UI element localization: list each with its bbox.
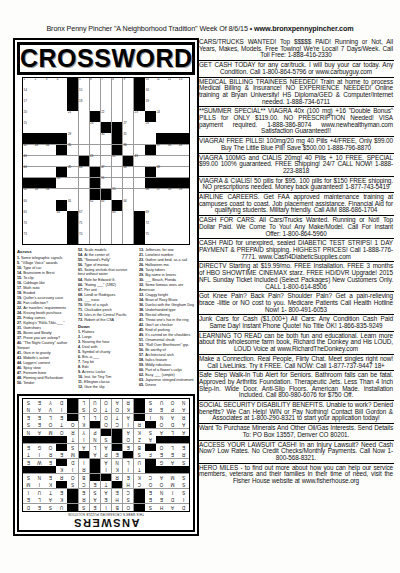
solution-letter: B — [112, 504, 123, 511]
down-clue: 12. Give the slip — [78, 385, 134, 389]
letter-cell: L — [167, 429, 178, 436]
across-clue: 5. "Village Voice" awards — [17, 261, 73, 265]
clue-number: 4. — [78, 345, 82, 349]
clue-number: 55. — [78, 258, 84, 262]
cell-number: 42 — [112, 155, 115, 159]
down-clue: 53. "Roll Over Beethoven" grp. — [139, 343, 195, 347]
solution-letter: E — [167, 451, 178, 458]
solution-letter: E — [23, 414, 34, 421]
block-cell — [145, 466, 156, 473]
across-clue: 18. Eroded — [17, 291, 73, 295]
clue-number: 35. — [17, 331, 23, 335]
clue-number: 47. — [17, 371, 23, 375]
letter-cell — [167, 211, 178, 222]
solution-letter: A — [34, 429, 45, 436]
cell-number: 3 — [46, 78, 48, 82]
across-clue: 16. Cabbage-like — [17, 281, 73, 285]
solution-letter: U — [34, 489, 45, 496]
solution-letter: R — [79, 466, 90, 473]
solution-letter: D — [67, 459, 78, 466]
solution-letter: I — [79, 459, 90, 466]
letter-cell — [90, 222, 101, 233]
letter-cell: O — [101, 399, 112, 406]
block-cell — [145, 167, 156, 178]
down-clue: 21. Loneliest number — [139, 253, 195, 257]
cell-number: 7 — [101, 78, 103, 82]
letter-cell: A — [156, 429, 167, 436]
clue-number: 49. — [139, 333, 145, 337]
letter-cell: T — [23, 451, 34, 458]
solution-letter: E — [45, 474, 56, 481]
across-clue: 24. Kissing booth purchase — [17, 311, 73, 315]
clue-number: 3. — [78, 340, 82, 344]
clue-number: 50. — [17, 381, 23, 385]
cell-number: 11 — [157, 78, 160, 82]
letter-cell: R — [145, 406, 156, 413]
solution-letter: O — [101, 399, 112, 406]
clue-number: 33. — [139, 293, 145, 297]
solution-letter: R — [112, 474, 123, 481]
solution-letter: S — [178, 489, 189, 496]
letter-cell: K — [56, 496, 67, 503]
letter-cell — [101, 211, 112, 222]
solution-letter: L — [90, 444, 101, 451]
cell-number: 58 — [168, 188, 171, 192]
solution-letter: O — [45, 444, 56, 451]
letter-cell: S — [67, 481, 78, 488]
block-cell — [79, 451, 90, 458]
clue-number: 59. — [139, 363, 145, 367]
letter-cell: U — [156, 399, 167, 406]
cell-number: 32 — [24, 144, 27, 148]
across-clue: 68. Lendl or Rodrigues — [78, 293, 134, 297]
letter-cell: S — [178, 481, 189, 488]
letter-cell: W — [34, 459, 45, 466]
letter-cell: A — [90, 451, 101, 458]
cell-number: 14 — [24, 89, 27, 93]
crossword-title: CROSSWORD — [17, 42, 195, 75]
letter-cell — [45, 222, 56, 233]
letter-cell: 12 — [167, 78, 178, 89]
block-cell — [90, 474, 101, 481]
letter-cell: E — [34, 414, 45, 421]
letter-cell — [123, 100, 134, 111]
solution-letter: E — [145, 496, 156, 503]
solution-letter: P — [101, 451, 112, 458]
letter-cell: F — [145, 451, 156, 458]
letter-cell: N — [156, 414, 167, 421]
clue-number: 9. — [78, 370, 82, 374]
cell-number: 69 — [146, 211, 149, 215]
letter-cell — [178, 100, 189, 111]
letter-cell: A — [101, 489, 112, 496]
letter-cell: I — [79, 436, 90, 443]
solution-letter: A — [178, 421, 189, 428]
letter-cell: O — [112, 406, 123, 413]
solution-letter: L — [79, 414, 90, 421]
solution-letter: N — [34, 474, 45, 481]
letter-cell — [34, 211, 45, 222]
clue-number: 37. — [17, 336, 23, 340]
letter-cell: A — [101, 459, 112, 466]
solution-letter: G — [34, 444, 45, 451]
letter-cell: A — [90, 496, 101, 503]
down-clue: 13. Jefferson, for one — [139, 248, 195, 252]
down-clue: 11. Ellington classic — [78, 380, 134, 384]
solution-letter: E — [79, 489, 90, 496]
solution-letter: R — [178, 451, 189, 458]
solution-letter: K — [79, 421, 90, 428]
letter-cell: E — [23, 459, 34, 466]
clue-number: 29. — [139, 273, 145, 277]
clue-number: 38. — [139, 308, 145, 312]
solution-letter: L — [90, 414, 101, 421]
letter-cell — [123, 211, 134, 222]
letter-cell: B — [79, 474, 90, 481]
letter-cell — [112, 222, 123, 233]
clue-number: 71. — [78, 308, 84, 312]
solution-letter: I — [123, 466, 134, 473]
letter-cell: M — [67, 451, 78, 458]
block-cell — [134, 399, 145, 406]
across-clue: 72. Isles in the Central Pacific — [78, 313, 134, 317]
letter-cell: I — [145, 414, 156, 421]
letter-cell: A — [123, 414, 134, 421]
letter-cell: A — [123, 429, 134, 436]
letter-cell: M — [167, 474, 178, 481]
letter-cell: R — [112, 474, 123, 481]
letter-cell: 25 — [23, 122, 34, 133]
cell-number: 28 — [146, 122, 149, 126]
solution-letter: R — [45, 451, 56, 458]
letter-cell: S — [145, 504, 156, 511]
letter-cell: D — [167, 496, 178, 503]
solution-letter: R — [123, 399, 134, 406]
letter-cell — [112, 111, 123, 122]
solution-letter: S — [79, 406, 90, 413]
letter-cell — [178, 122, 189, 133]
letter-cell: 58 — [167, 189, 178, 200]
solution-letter: E — [178, 444, 189, 451]
letter-cell: S — [79, 504, 90, 511]
letter-cell: 1 — [23, 78, 34, 89]
solution-letter: E — [112, 451, 123, 458]
letter-cell: L — [90, 444, 101, 451]
letter-cell: T — [112, 414, 123, 421]
solution-letter: K — [56, 496, 67, 503]
solution-letter: T — [67, 436, 78, 443]
clue-number: 32. — [139, 283, 145, 287]
letter-cell: O — [101, 421, 112, 428]
cell-number: 8 — [112, 78, 114, 82]
down-clue: 62. Easy ___ (simple) — [139, 373, 195, 377]
clue-number: 30. — [139, 278, 145, 282]
letter-cell — [167, 122, 178, 133]
letter-cell — [79, 122, 90, 133]
solution-letter: I — [101, 466, 112, 473]
letter-cell: 75 — [145, 233, 156, 244]
clue-number: 61. — [78, 268, 84, 272]
clue-number: 28. — [139, 268, 145, 272]
letter-cell: C — [145, 474, 156, 481]
letter-cell: R — [134, 421, 145, 428]
letter-cell: A — [178, 429, 189, 436]
down-clue: 59. Mildly ridiculous — [139, 363, 195, 367]
across-clue: 44. Loggers' contest — [17, 361, 73, 365]
letter-cell: I — [167, 489, 178, 496]
solution-letter: R — [67, 429, 78, 436]
letter-cell — [90, 233, 101, 244]
letter-cell: E — [178, 444, 189, 451]
classified-ad: ACCESS YOUR LAWSUIT CASH! In an Injury L… — [198, 440, 394, 463]
letter-cell: P — [101, 451, 112, 458]
letter-cell — [90, 133, 101, 144]
letter-cell: A — [167, 459, 178, 466]
cell-number: 34 — [46, 144, 49, 148]
block-cell — [145, 444, 156, 451]
solution-letter: A — [34, 406, 45, 413]
letter-cell: 59 — [178, 189, 189, 200]
clue-number: 41. — [139, 318, 145, 322]
across-clue: 50. Tender — [17, 381, 73, 385]
letter-cell: B — [112, 504, 123, 511]
solution-letter: E — [156, 406, 167, 413]
cell-number: 54 — [46, 188, 49, 192]
letter-cell: E — [23, 496, 34, 503]
clue-number: 16. — [17, 281, 23, 285]
down-clue: 32. Some famous ones are American — [139, 283, 195, 292]
letter-cell: L — [79, 414, 90, 421]
letter-cell: G — [34, 444, 45, 451]
across-clue: 46. Spicy stew — [17, 366, 73, 370]
letter-cell — [145, 133, 156, 144]
solution-letter: F — [145, 451, 156, 458]
letter-cell: E — [145, 489, 156, 496]
cell-number: 67 — [79, 211, 82, 215]
letter-cell — [56, 89, 67, 100]
masthead-url: www.bronxpennypincher.com — [254, 24, 353, 33]
letter-cell: R — [79, 496, 90, 503]
letter-cell: O — [156, 421, 167, 428]
block-cell — [67, 504, 78, 511]
answers-caption: ANSWERS — [20, 516, 192, 529]
clue-number: 5. — [17, 261, 21, 265]
solution-letter: I — [79, 436, 90, 443]
down-clue: 29. Big name in knives — [139, 273, 195, 277]
across-clue: 14. Brainstorm in Brest — [17, 271, 73, 275]
classified-ad: Junk Cars for Cash ($1,000+) All Cars: A… — [198, 314, 394, 330]
letter-cell — [45, 156, 56, 167]
down-clue: 10. Inst. for Tiny Tim — [78, 375, 134, 379]
letter-cell: K — [134, 474, 145, 481]
letter-cell: 37 — [156, 145, 167, 156]
letter-cell — [45, 167, 56, 178]
solution-letter: O — [145, 481, 156, 488]
solution-letter: S — [178, 481, 189, 488]
solution-letter: A — [101, 489, 112, 496]
classified-ad: VIAGRA! FREE PILLS! 100mg/20 mg 40 Pills… — [198, 136, 394, 152]
clue-number: 24. — [17, 311, 23, 315]
letter-cell — [45, 89, 56, 100]
solution-letter: T — [112, 414, 123, 421]
cell-number: 31 — [123, 133, 126, 137]
across-clue: 15. To clip — [17, 276, 73, 280]
letter-cell: S — [23, 421, 34, 428]
letter-cell: O — [67, 474, 78, 481]
letter-cell: S — [134, 451, 145, 458]
letter-cell: A — [167, 504, 178, 511]
down-clue: 58. Italics feature — [139, 358, 195, 362]
solution-letter: E — [56, 489, 67, 496]
clue-number: 54. — [78, 253, 84, 257]
letter-cell: A — [145, 436, 156, 443]
solution-letter: L — [167, 444, 178, 451]
solution-letter: E — [23, 459, 34, 466]
solution-letter: N — [23, 429, 34, 436]
answers-box: ANSWERS THIS WEEK'S CROSSWORD PUZZLE SOL… — [17, 394, 195, 532]
letter-cell: 8 — [112, 78, 123, 89]
letter-cell: R — [79, 466, 90, 473]
letter-cell: R — [45, 451, 56, 458]
letter-cell — [134, 167, 145, 178]
classified-ad: SOCIAL SECURITY DISABILITY BENEFITS. Una… — [198, 400, 394, 423]
letter-cell — [56, 156, 67, 167]
letter-cell: D — [167, 421, 178, 428]
solution-letter: N — [23, 406, 34, 413]
block-cell — [156, 466, 167, 473]
letter-cell — [101, 222, 112, 233]
cell-number: 13 — [179, 78, 182, 82]
clue-number: 69. — [78, 298, 84, 302]
solution-letter: D — [167, 496, 178, 503]
block-cell — [134, 233, 145, 244]
clue-number: 31. — [17, 326, 23, 330]
solution-letter: E — [101, 496, 112, 503]
solution-letter: C — [134, 481, 145, 488]
solution-letter: S — [23, 474, 34, 481]
solution-letter: K — [56, 466, 67, 473]
clue-number: 60. — [139, 368, 145, 372]
letter-cell: S — [145, 399, 156, 406]
block-cell — [67, 222, 78, 233]
clue-number: 18. — [17, 291, 23, 295]
letter-cell: N — [23, 406, 34, 413]
letter-cell: H — [112, 496, 123, 503]
cell-number: 37 — [157, 144, 160, 148]
clue-number: 40. — [17, 341, 23, 345]
across-clue: 47. Forearm bone — [17, 371, 73, 375]
solution-letter: A — [123, 414, 134, 421]
solution-letter: A — [178, 406, 189, 413]
down-clue: 51. Ornamental shrub — [139, 338, 195, 342]
solution-letter: E — [34, 399, 45, 406]
solution-letter: K — [45, 481, 56, 488]
letter-cell: G — [156, 459, 167, 466]
cell-number: 16 — [146, 89, 149, 93]
letter-cell: R — [178, 451, 189, 458]
solution-letter: T — [45, 489, 56, 496]
clue-number: 8. — [78, 365, 82, 369]
letter-cell: 55 — [112, 189, 123, 200]
block-cell — [134, 211, 145, 222]
letter-cell — [134, 178, 145, 189]
clue-number: 44. — [17, 361, 23, 365]
solution-letter: S — [67, 444, 78, 451]
block-cell — [112, 122, 123, 133]
clue-number: 5. — [78, 350, 82, 354]
letter-cell: 51 — [101, 178, 112, 189]
answers-flipped-block: ANSWERS THIS WEEK'S CROSSWORD PUZZLE SOL… — [20, 398, 192, 529]
clue-number: 56. — [78, 263, 84, 267]
letter-cell: T — [101, 481, 112, 488]
across-clue: 19. Quilter's accessory case — [17, 296, 73, 300]
letter-cell: E — [45, 459, 56, 466]
cell-number: 6 — [90, 78, 92, 82]
letter-cell: P — [90, 429, 101, 436]
clue-number: 67. — [78, 288, 84, 292]
letter-cell: O — [156, 481, 167, 488]
down-clue: 8. Edit — [78, 365, 134, 369]
letter-cell: L — [45, 414, 56, 421]
letter-cell — [167, 200, 178, 211]
block-cell — [34, 436, 45, 443]
letter-cell — [134, 133, 145, 144]
solution-letter: I — [167, 489, 178, 496]
solution-letter: A — [101, 444, 112, 451]
letter-cell — [79, 133, 90, 144]
letter-cell: 74 — [79, 233, 90, 244]
letter-cell: O — [67, 421, 78, 428]
answers-grid: DAHSOBIESUSEDIDEESHEARKALESINECEASEETUIS… — [22, 398, 190, 512]
letter-cell: M — [167, 481, 178, 488]
letter-cell — [167, 167, 178, 178]
solution-letter: I — [145, 414, 156, 421]
letter-cell: U — [34, 489, 45, 496]
down-clue: 6. Bric-a-___ — [78, 355, 134, 359]
letter-cell: D — [23, 504, 34, 511]
block-cell — [56, 481, 67, 488]
letter-cell: C — [112, 421, 123, 428]
classified-ad: Make a Connection. Real People, Flirty C… — [198, 354, 394, 370]
letter-cell: C — [123, 489, 134, 496]
block-cell — [112, 429, 123, 436]
letter-cell: O — [90, 406, 101, 413]
clue-number: 43. — [17, 356, 23, 360]
solution-letter: K — [134, 429, 145, 436]
letter-cell — [67, 189, 78, 200]
letter-cell: U — [56, 504, 67, 511]
solution-letter: H — [112, 496, 123, 503]
solution-letter: S — [67, 481, 78, 488]
clue-number: 23. — [139, 258, 145, 262]
across-clue: 55. "Seward's Folly" — [78, 258, 134, 262]
solution-letter: E — [34, 421, 45, 428]
solution-letter: O — [45, 421, 56, 428]
solution-letter: P — [167, 406, 178, 413]
letter-cell: N — [23, 429, 34, 436]
letter-cell — [156, 200, 167, 211]
cell-number: 30 — [101, 133, 104, 137]
block-cell — [112, 133, 123, 144]
letter-cell: 61 — [67, 200, 78, 211]
cell-number: 55 — [112, 188, 115, 192]
cell-number: 47 — [101, 166, 104, 170]
cell-number: 68 — [112, 211, 115, 215]
letter-cell: C — [134, 481, 145, 488]
letter-cell — [134, 189, 145, 200]
cell-number: 5 — [79, 78, 81, 82]
solution-letter: E — [34, 504, 45, 511]
